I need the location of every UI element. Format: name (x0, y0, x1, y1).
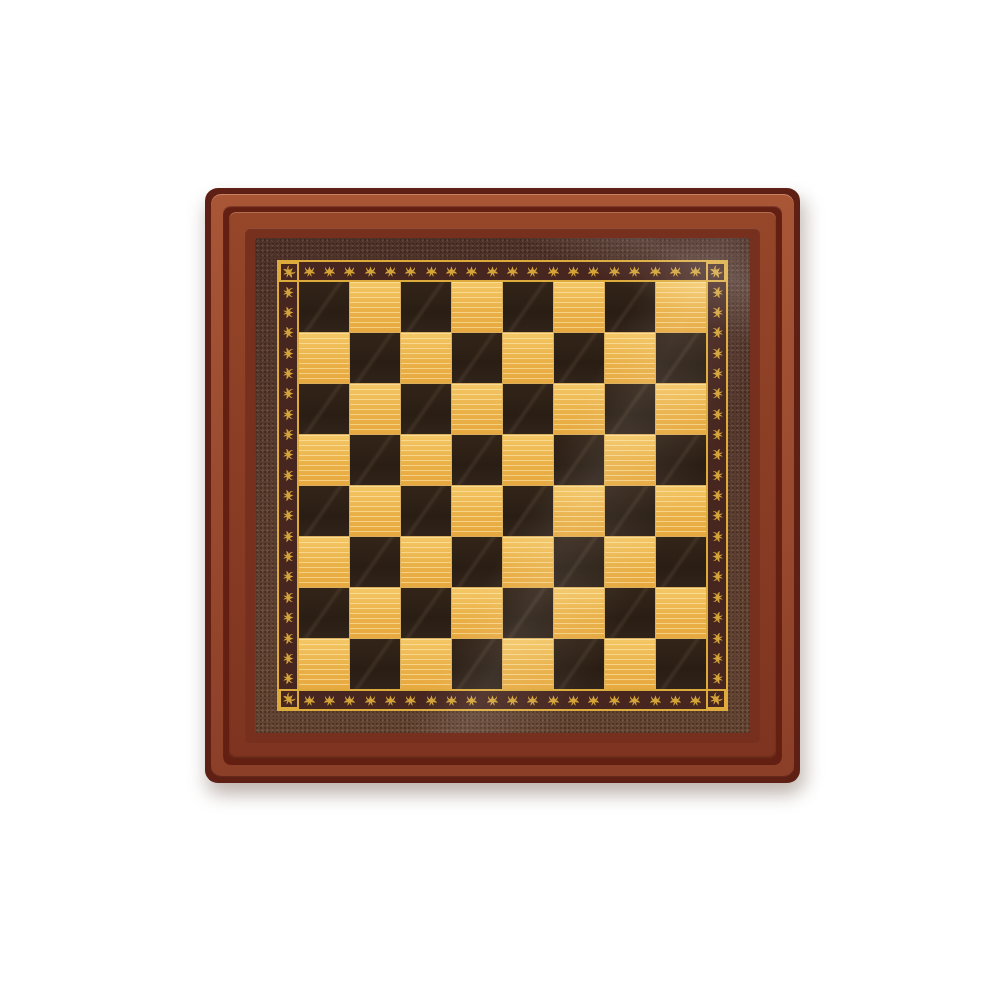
board-square-h6 (656, 384, 706, 434)
board-square-c5 (401, 435, 451, 485)
board-square-b3 (350, 537, 400, 587)
border-motif-icon (425, 694, 438, 707)
border-motif-icon (711, 530, 724, 543)
border-motif-icon (282, 570, 295, 583)
chess-board (299, 282, 706, 689)
border-motif-icon (711, 611, 724, 624)
board-square-a4 (299, 486, 349, 536)
border-motif-icon (282, 489, 295, 502)
border-motif-icon (608, 694, 621, 707)
border-motif-icon (282, 408, 295, 421)
board-square-b5 (350, 435, 400, 485)
board-square-f3 (554, 537, 604, 587)
board-square-a7 (299, 333, 349, 383)
border-motif-icon (706, 689, 726, 709)
board-square-d5 (452, 435, 502, 485)
board-square-e1 (503, 639, 553, 689)
board-square-c1 (401, 639, 451, 689)
border-motif-icon (282, 632, 295, 645)
border-motif-icon (711, 550, 724, 563)
photo-background (0, 0, 1002, 1002)
board-square-d3 (452, 537, 502, 587)
board-square-c3 (401, 537, 451, 587)
border-motif-icon (445, 265, 458, 278)
border-motif-icon (282, 591, 295, 604)
ornament-strip-left (279, 282, 299, 689)
board-square-f4 (554, 486, 604, 536)
border-motif-icon (711, 591, 724, 604)
ornament-strip-top (299, 262, 706, 282)
board-square-e8 (503, 282, 553, 332)
board-square-b4 (350, 486, 400, 536)
board-square-c4 (401, 486, 451, 536)
border-motif-icon (711, 286, 724, 299)
board-square-d7 (452, 333, 502, 383)
border-motif-icon (649, 265, 662, 278)
border-motif-icon (282, 469, 295, 482)
border-motif-icon (628, 694, 641, 707)
board-square-f6 (554, 384, 604, 434)
frame-molding-highlight-ring (211, 194, 794, 777)
border-motif-icon (711, 428, 724, 441)
border-motif-icon (303, 265, 316, 278)
border-motif-icon (282, 306, 295, 319)
frame-molding-inner-ring (245, 228, 760, 743)
border-motif-icon (711, 448, 724, 461)
board-square-e2 (503, 588, 553, 638)
border-motif-icon (282, 448, 295, 461)
board-square-b7 (350, 333, 400, 383)
ornament-strip-bottom (299, 689, 706, 709)
border-motif-icon (282, 428, 295, 441)
border-motif-icon (282, 387, 295, 400)
border-motif-icon (711, 347, 724, 360)
border-motif-icon (303, 694, 316, 707)
border-motif-icon (506, 265, 519, 278)
board-square-f8 (554, 282, 604, 332)
border-motif-icon (506, 694, 519, 707)
board-square-d2 (452, 588, 502, 638)
border-motif-icon (465, 265, 478, 278)
board-square-g5 (605, 435, 655, 485)
border-motif-icon (689, 694, 702, 707)
border-motif-icon (445, 694, 458, 707)
border-motif-icon (711, 489, 724, 502)
border-motif-icon (279, 689, 299, 709)
board-square-g4 (605, 486, 655, 536)
border-motif-icon (547, 694, 560, 707)
border-motif-icon (343, 694, 356, 707)
board-square-h8 (656, 282, 706, 332)
border-motif-icon (282, 652, 295, 665)
ornament-corner-top-left (279, 262, 299, 282)
board-square-b1 (350, 639, 400, 689)
board-square-f2 (554, 588, 604, 638)
board-square-g3 (605, 537, 655, 587)
board-square-e5 (503, 435, 553, 485)
board-square-c6 (401, 384, 451, 434)
ornament-corner-bottom-left (279, 689, 299, 709)
border-motif-icon (282, 672, 295, 685)
border-motif-icon (587, 694, 600, 707)
ornament-strip-right (706, 282, 726, 689)
board-square-a6 (299, 384, 349, 434)
board-square-g2 (605, 588, 655, 638)
border-motif-icon (404, 265, 417, 278)
board-square-h7 (656, 333, 706, 383)
board-square-e6 (503, 384, 553, 434)
border-motif-icon (282, 367, 295, 380)
board-square-a8 (299, 282, 349, 332)
border-motif-icon (608, 265, 621, 278)
border-motif-icon (587, 265, 600, 278)
border-motif-icon (279, 262, 299, 282)
border-motif-icon (711, 408, 724, 421)
board-square-h4 (656, 486, 706, 536)
board-square-g8 (605, 282, 655, 332)
border-motif-icon (526, 265, 539, 278)
board-square-g7 (605, 333, 655, 383)
border-motif-icon (649, 694, 662, 707)
ornament-corner-bottom-right (706, 689, 726, 709)
border-motif-icon (628, 265, 641, 278)
border-motif-icon (711, 306, 724, 319)
border-motif-icon (486, 694, 499, 707)
border-motif-icon (282, 347, 295, 360)
board-square-c2 (401, 588, 451, 638)
board-square-a5 (299, 435, 349, 485)
board-square-f1 (554, 639, 604, 689)
border-motif-icon (711, 652, 724, 665)
board-square-b8 (350, 282, 400, 332)
board-square-e4 (503, 486, 553, 536)
board-square-e3 (503, 537, 553, 587)
board-square-f7 (554, 333, 604, 383)
inner-mat (255, 238, 750, 733)
board-square-b6 (350, 384, 400, 434)
board-square-h3 (656, 537, 706, 587)
ornament-border (277, 260, 728, 711)
border-motif-icon (711, 469, 724, 482)
board-square-f5 (554, 435, 604, 485)
border-motif-icon (486, 265, 499, 278)
border-motif-icon (547, 265, 560, 278)
board-square-c7 (401, 333, 451, 383)
border-motif-icon (282, 611, 295, 624)
board-square-d8 (452, 282, 502, 332)
board-square-g6 (605, 384, 655, 434)
board-square-h2 (656, 588, 706, 638)
border-motif-icon (282, 286, 295, 299)
board-square-a2 (299, 588, 349, 638)
board-square-d6 (452, 384, 502, 434)
chess-board-frame (205, 188, 800, 783)
ornament-corner-top-right (706, 262, 726, 282)
border-motif-icon (282, 550, 295, 563)
border-motif-icon (364, 265, 377, 278)
border-motif-icon (689, 265, 702, 278)
board-square-g1 (605, 639, 655, 689)
border-motif-icon (706, 262, 726, 282)
border-motif-icon (282, 326, 295, 339)
board-square-c8 (401, 282, 451, 332)
board-square-d1 (452, 639, 502, 689)
border-motif-icon (711, 509, 724, 522)
border-motif-icon (711, 326, 724, 339)
border-motif-icon (669, 265, 682, 278)
border-motif-icon (465, 694, 478, 707)
board-square-e7 (503, 333, 553, 383)
border-motif-icon (384, 694, 397, 707)
border-motif-icon (364, 694, 377, 707)
border-motif-icon (323, 694, 336, 707)
border-motif-icon (711, 632, 724, 645)
border-motif-icon (384, 265, 397, 278)
border-motif-icon (526, 694, 539, 707)
border-motif-icon (282, 530, 295, 543)
board-square-h5 (656, 435, 706, 485)
border-motif-icon (711, 672, 724, 685)
board-square-d4 (452, 486, 502, 536)
board-square-a3 (299, 537, 349, 587)
border-motif-icon (711, 570, 724, 583)
border-motif-icon (323, 265, 336, 278)
frame-molding-groove-ring (223, 206, 782, 765)
border-motif-icon (404, 694, 417, 707)
border-motif-icon (425, 265, 438, 278)
border-motif-icon (343, 265, 356, 278)
border-motif-icon (282, 509, 295, 522)
frame-molding-face-ring (229, 212, 776, 759)
border-motif-icon (567, 694, 580, 707)
border-motif-icon (711, 367, 724, 380)
border-motif-icon (711, 387, 724, 400)
board-square-b2 (350, 588, 400, 638)
border-motif-icon (669, 694, 682, 707)
board-square-a1 (299, 639, 349, 689)
board-square-h1 (656, 639, 706, 689)
border-motif-icon (567, 265, 580, 278)
